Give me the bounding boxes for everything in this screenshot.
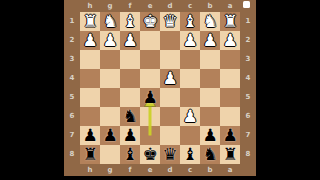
- rank-label-7: 7: [240, 126, 256, 145]
- rank-labels-left: 12345678: [64, 12, 80, 164]
- square-f6[interactable]: ♞: [120, 107, 140, 126]
- square-h7[interactable]: ♟: [80, 126, 100, 145]
- square-f2[interactable]: ♟: [120, 31, 140, 50]
- black-pawn: ♟: [122, 127, 137, 144]
- black-queen: ♛: [162, 146, 177, 163]
- square-e4[interactable]: [140, 69, 160, 88]
- square-d4[interactable]: ♟: [160, 69, 180, 88]
- black-knight: ♞: [202, 146, 217, 163]
- white-pawn: ♟: [102, 32, 117, 49]
- square-b8[interactable]: ♞: [200, 145, 220, 164]
- square-e5[interactable]: ♟: [140, 88, 160, 107]
- rank-label-4: 4: [64, 69, 80, 88]
- square-c2[interactable]: ♟: [180, 31, 200, 50]
- square-h5[interactable]: [80, 88, 100, 107]
- square-a8[interactable]: ♜: [220, 145, 240, 164]
- square-c1[interactable]: ♝: [180, 12, 200, 31]
- black-pawn: ♟: [142, 89, 157, 106]
- rank-label-1: 1: [64, 12, 80, 31]
- white-king: ♚: [142, 13, 157, 30]
- rank-label-4: 4: [240, 69, 256, 88]
- square-a5[interactable]: [220, 88, 240, 107]
- white-rook: ♜: [222, 13, 237, 30]
- square-f3[interactable]: [120, 50, 140, 69]
- square-a2[interactable]: ♟: [220, 31, 240, 50]
- square-h4[interactable]: [80, 69, 100, 88]
- black-king: ♚: [142, 146, 157, 163]
- file-labels-bottom: hgfedcba: [80, 164, 240, 176]
- square-f5[interactable]: [120, 88, 140, 107]
- file-label-c: c: [180, 164, 200, 176]
- file-label-h: h: [80, 164, 100, 176]
- rank-label-7: 7: [64, 126, 80, 145]
- square-g6[interactable]: [100, 107, 120, 126]
- white-pawn: ♟: [202, 32, 217, 49]
- square-d1[interactable]: ♛: [160, 12, 180, 31]
- file-label-b: b: [200, 164, 220, 176]
- white-bishop: ♝: [122, 13, 137, 30]
- square-h8[interactable]: ♜: [80, 145, 100, 164]
- black-rook: ♜: [82, 146, 97, 163]
- square-d6[interactable]: [160, 107, 180, 126]
- square-b2[interactable]: ♟: [200, 31, 220, 50]
- square-c3[interactable]: [180, 50, 200, 69]
- square-b4[interactable]: [200, 69, 220, 88]
- square-g2[interactable]: ♟: [100, 31, 120, 50]
- square-a3[interactable]: [220, 50, 240, 69]
- square-g3[interactable]: [100, 50, 120, 69]
- white-queen: ♛: [162, 13, 177, 30]
- square-a4[interactable]: [220, 69, 240, 88]
- square-c6[interactable]: ♟: [180, 107, 200, 126]
- rank-label-6: 6: [240, 107, 256, 126]
- rank-label-3: 3: [64, 50, 80, 69]
- square-h1[interactable]: ♜: [80, 12, 100, 31]
- square-a6[interactable]: [220, 107, 240, 126]
- square-c4[interactable]: [180, 69, 200, 88]
- square-d2[interactable]: [160, 31, 180, 50]
- rank-label-2: 2: [64, 31, 80, 50]
- square-b5[interactable]: [200, 88, 220, 107]
- rank-label-3: 3: [240, 50, 256, 69]
- white-pawn: ♟: [182, 108, 197, 125]
- black-pawn: ♟: [102, 127, 117, 144]
- chess-board: hgfedcba hgfedcba 12345678 12345678 ♜♞♝♚…: [64, 0, 256, 176]
- white-bishop: ♝: [182, 13, 197, 30]
- rank-label-8: 8: [64, 145, 80, 164]
- square-e1[interactable]: ♚: [140, 12, 160, 31]
- black-knight: ♞: [122, 108, 137, 125]
- square-b1[interactable]: ♞: [200, 12, 220, 31]
- square-f7[interactable]: ♟: [120, 126, 140, 145]
- square-g5[interactable]: [100, 88, 120, 107]
- square-f8[interactable]: ♝: [120, 145, 140, 164]
- board-squares: ♜♞♝♚♛♝♞♜♟♟♟♟♟♟♟♟♞♟♟♟♟♟♟♜♝♚♛♝♞♜: [80, 12, 240, 164]
- square-c5[interactable]: [180, 88, 200, 107]
- black-bishop: ♝: [182, 146, 197, 163]
- white-pawn: ♟: [122, 32, 137, 49]
- square-e2[interactable]: [140, 31, 160, 50]
- rank-label-5: 5: [64, 88, 80, 107]
- rank-label-2: 2: [240, 31, 256, 50]
- square-b3[interactable]: [200, 50, 220, 69]
- white-pawn: ♟: [82, 32, 97, 49]
- white-knight: ♞: [102, 13, 117, 30]
- file-label-g: g: [100, 164, 120, 176]
- black-pawn: ♟: [82, 127, 97, 144]
- white-rook: ♜: [82, 13, 97, 30]
- black-pawn: ♟: [202, 127, 217, 144]
- square-a1[interactable]: ♜: [220, 12, 240, 31]
- square-g1[interactable]: ♞: [100, 12, 120, 31]
- black-rook: ♜: [222, 146, 237, 163]
- square-d5[interactable]: [160, 88, 180, 107]
- square-e3[interactable]: [140, 50, 160, 69]
- rank-label-6: 6: [64, 107, 80, 126]
- white-pawn: ♟: [162, 70, 177, 87]
- file-label-a: a: [220, 164, 240, 176]
- rank-labels-right: 12345678: [240, 12, 256, 164]
- square-d3[interactable]: [160, 50, 180, 69]
- square-e6[interactable]: [140, 107, 160, 126]
- white-pawn: ♟: [182, 32, 197, 49]
- black-bishop: ♝: [122, 146, 137, 163]
- square-b7[interactable]: ♟: [200, 126, 220, 145]
- square-e7[interactable]: [140, 126, 160, 145]
- white-pawn: ♟: [222, 32, 237, 49]
- white-knight: ♞: [202, 13, 217, 30]
- square-f4[interactable]: [120, 69, 140, 88]
- square-d7[interactable]: [160, 126, 180, 145]
- rank-label-8: 8: [240, 145, 256, 164]
- file-label-f: f: [120, 164, 140, 176]
- video-frame: hgfedcba hgfedcba 12345678 12345678 ♜♞♝♚…: [0, 0, 320, 180]
- square-d8[interactable]: ♛: [160, 145, 180, 164]
- square-b6[interactable]: [200, 107, 220, 126]
- square-g8[interactable]: [100, 145, 120, 164]
- square-c8[interactable]: ♝: [180, 145, 200, 164]
- white-square-icon[interactable]: [243, 1, 250, 8]
- square-h3[interactable]: [80, 50, 100, 69]
- rank-label-1: 1: [240, 12, 256, 31]
- square-g4[interactable]: [100, 69, 120, 88]
- square-h6[interactable]: [80, 107, 100, 126]
- black-pawn: ♟: [222, 127, 237, 144]
- file-label-e: e: [140, 164, 160, 176]
- square-a7[interactable]: ♟: [220, 126, 240, 145]
- rank-label-5: 5: [240, 88, 256, 107]
- file-label-d: d: [160, 164, 180, 176]
- square-f1[interactable]: ♝: [120, 12, 140, 31]
- square-c7[interactable]: [180, 126, 200, 145]
- square-h2[interactable]: ♟: [80, 31, 100, 50]
- square-e8[interactable]: ♚: [140, 145, 160, 164]
- square-g7[interactable]: ♟: [100, 126, 120, 145]
